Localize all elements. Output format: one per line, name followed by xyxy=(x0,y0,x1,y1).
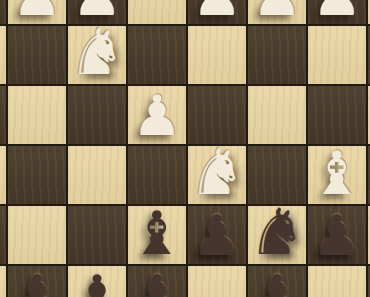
black-pawn[interactable]: ♟ xyxy=(248,274,306,297)
white-pawn[interactable]: ♟ xyxy=(308,0,366,18)
black-pawn[interactable]: ♟ xyxy=(8,274,66,297)
square-d7[interactable] xyxy=(188,266,246,297)
black-pawn[interactable]: ♟ xyxy=(128,274,186,297)
square-b5[interactable]: ♝ xyxy=(308,146,366,204)
square-h4[interactable] xyxy=(0,86,6,144)
white-bishop[interactable]: ♝ xyxy=(308,148,366,198)
square-e3[interactable] xyxy=(128,26,186,84)
square-g3[interactable] xyxy=(8,26,66,84)
white-pawn[interactable]: ♟ xyxy=(128,94,186,138)
square-e2[interactable] xyxy=(128,0,186,24)
square-b6[interactable]: ♟ xyxy=(308,206,366,264)
square-c6[interactable]: ♞ xyxy=(248,206,306,264)
square-g2[interactable]: ♟ xyxy=(8,0,66,24)
square-e4[interactable]: ♟ xyxy=(128,86,186,144)
square-c3[interactable] xyxy=(248,26,306,84)
square-g5[interactable] xyxy=(8,146,66,204)
black-pawn[interactable]: ♟ xyxy=(68,274,126,297)
square-f4[interactable] xyxy=(68,86,126,144)
chess-app-viewport: ♟♟♟♟♟♞♟♞♝♝♟♞♟♟♟♟♟ xyxy=(0,0,370,297)
square-b4[interactable] xyxy=(308,86,366,144)
square-b7[interactable] xyxy=(308,266,366,297)
square-f7[interactable]: ♟ xyxy=(68,266,126,297)
board-grid: ♟♟♟♟♟♞♟♞♝♝♟♞♟♟♟♟♟ xyxy=(0,0,370,297)
square-d2[interactable]: ♟ xyxy=(188,0,246,24)
square-e6[interactable]: ♝ xyxy=(128,206,186,264)
square-e5[interactable] xyxy=(128,146,186,204)
square-g6[interactable] xyxy=(8,206,66,264)
black-bishop[interactable]: ♝ xyxy=(128,208,186,258)
square-h2[interactable] xyxy=(0,0,6,24)
white-pawn[interactable]: ♟ xyxy=(248,0,306,18)
square-f6[interactable] xyxy=(68,206,126,264)
black-pawn[interactable]: ♟ xyxy=(308,214,366,258)
square-e7[interactable]: ♟ xyxy=(128,266,186,297)
white-pawn[interactable]: ♟ xyxy=(188,0,246,18)
square-h7[interactable] xyxy=(0,266,6,297)
square-c7[interactable]: ♟ xyxy=(248,266,306,297)
square-g7[interactable]: ♟ xyxy=(8,266,66,297)
square-f5[interactable] xyxy=(68,146,126,204)
square-h6[interactable] xyxy=(0,206,6,264)
black-knight[interactable]: ♞ xyxy=(248,206,306,258)
square-d6[interactable]: ♟ xyxy=(188,206,246,264)
square-h5[interactable] xyxy=(0,146,6,204)
square-d3[interactable] xyxy=(188,26,246,84)
square-g4[interactable] xyxy=(8,86,66,144)
square-c4[interactable] xyxy=(248,86,306,144)
white-knight[interactable]: ♞ xyxy=(188,146,246,198)
white-pawn[interactable]: ♟ xyxy=(8,0,66,18)
square-d5[interactable]: ♞ xyxy=(188,146,246,204)
square-b2[interactable]: ♟ xyxy=(308,0,366,24)
black-pawn[interactable]: ♟ xyxy=(188,214,246,258)
square-b3[interactable] xyxy=(308,26,366,84)
square-h3[interactable] xyxy=(0,26,6,84)
square-f3[interactable]: ♞ xyxy=(68,26,126,84)
square-c2[interactable]: ♟ xyxy=(248,0,306,24)
white-knight[interactable]: ♞ xyxy=(68,26,126,78)
